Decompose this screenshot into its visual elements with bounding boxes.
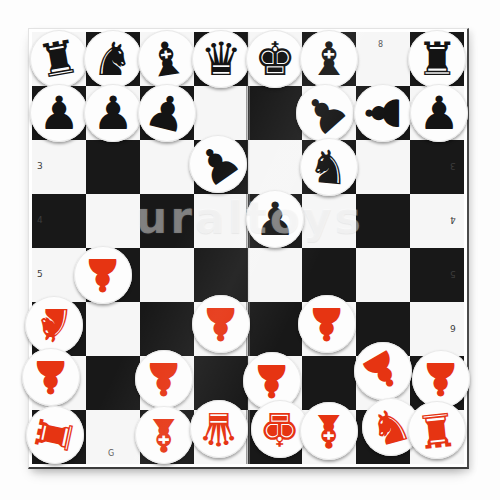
square-a6 [410,302,464,356]
black-knight-icon: ♞ [92,36,133,82]
black-rook-icon: ♜ [35,33,84,85]
red-pawn-icon: ♟ [143,356,184,402]
black-bishop-icon: ♝ [308,36,349,82]
red-rook-icon: ♜ [28,410,82,460]
square-b5 [356,248,410,302]
black-pawn-f2[interactable]: ♟ [138,84,196,142]
black-rook-icon: ♜ [416,36,457,82]
black-pawn-e3[interactable]: ♟ [189,135,247,193]
red-pawn-b7[interactable]: ♟ [354,342,412,400]
square-e5 [194,248,248,302]
coordinate-label-left-3: 3 [37,161,43,171]
square-b4 [356,194,410,248]
chess-board-grid: 34534568G♜♞♝♛♚♝♜♟♟♟♟♟♟♟♞♟♟♞♟♟♟♟♟♟♟♜♝♛♚♝♞… [32,32,464,464]
square-a4 [410,194,464,248]
square-c5 [302,248,356,302]
black-pawn-icon: ♟ [38,90,79,136]
black-pawn-h2[interactable]: ♟ [30,84,88,142]
black-rook-a1[interactable]: ♜ [408,30,466,88]
square-g7 [86,356,140,410]
square-g6 [86,302,140,356]
square-c4 [302,194,356,248]
red-rook-icon: ♜ [414,405,460,455]
black-pawn-c2[interactable]: ♟ [296,84,354,142]
square-a5 [410,248,464,302]
square-f6 [140,302,194,356]
black-pawn-icon: ♟ [254,196,295,242]
black-pawn-d4[interactable]: ♟ [246,190,304,248]
black-pawn-icon: ♟ [92,90,133,136]
square-e4 [194,194,248,248]
black-bishop-f1[interactable]: ♝ [138,30,196,88]
black-pawn-icon: ♟ [141,86,192,141]
black-pawn-g2[interactable]: ♟ [84,84,142,142]
red-pawn-g5[interactable]: ♟ [74,246,132,304]
black-rook-h1[interactable]: ♜ [30,30,88,88]
red-pawn-a7[interactable]: ♟ [412,350,470,408]
black-pawn-icon: ♟ [360,92,406,133]
red-pawn-e6[interactable]: ♟ [192,295,250,353]
red-knight-h6[interactable]: ♞ [25,296,83,354]
square-g4 [86,194,140,248]
coordinate-label-left-5: 5 [37,269,43,279]
red-pawn-f7[interactable]: ♟ [135,350,193,408]
square-f5 [140,248,194,302]
red-queen-e8[interactable]: ♛ [190,400,248,458]
black-knight-c3[interactable]: ♞ [300,138,358,196]
red-king-icon: ♚ [259,406,300,452]
red-pawn-h7[interactable]: ♟ [22,348,80,406]
red-pawn-icon: ♟ [306,301,347,347]
coordinate-label-right-3: 3 [450,161,456,171]
coordinate-label-right-6: 6 [450,323,456,333]
coordinate-label-in-square-8: 8 [378,40,383,49]
black-pawn-a2[interactable]: ♟ [410,84,468,142]
red-knight-icon: ♞ [33,302,74,348]
coordinate-label-left-4: 4 [37,215,43,225]
red-pawn-icon: ♟ [251,358,292,404]
red-pawn-c6[interactable]: ♟ [298,295,356,353]
coordinate-label-right-5: 5 [450,269,456,279]
red-pawn-icon: ♟ [200,301,241,347]
square-b3 [356,140,410,194]
red-rook-a8[interactable]: ♜ [408,401,466,459]
square-g3 [86,140,140,194]
square-d5 [248,248,302,302]
square-f4 [140,194,194,248]
black-queen-e1[interactable]: ♛ [192,30,250,88]
red-bishop-icon: ♝ [143,412,184,458]
black-knight-icon: ♞ [306,142,351,191]
black-king-icon: ♚ [254,36,295,82]
black-pawn-icon: ♟ [418,90,459,136]
red-bishop-c8[interactable]: ♝ [300,402,358,460]
red-queen-icon: ♛ [198,406,239,452]
photo-stage: 34534568G♜♞♝♛♚♝♜♟♟♟♟♟♟♟♞♟♟♞♟♟♟♟♟♟♟♜♝♛♚♝♞… [0,0,500,500]
coordinate-label-in-square-G: G [108,449,114,458]
black-pawn-b2[interactable]: ♟ [354,84,412,142]
black-bishop-icon: ♝ [143,33,190,84]
coordinate-label-right-4: 4 [450,215,456,225]
black-bishop-c1[interactable]: ♝ [300,30,358,88]
red-bishop-f8[interactable]: ♝ [135,406,193,464]
red-pawn-icon: ♟ [420,356,461,402]
red-pawn-icon: ♟ [30,354,71,400]
red-pawn-icon: ♟ [82,252,123,298]
square-d6 [248,302,302,356]
black-knight-g1[interactable]: ♞ [84,30,142,88]
square-d2 [248,86,302,140]
square-f3 [140,140,194,194]
red-rook-h8[interactable]: ♜ [26,406,84,464]
square-d3 [248,140,302,194]
square-a3 [410,140,464,194]
folding-chessboard: 34534568G♜♞♝♛♚♝♜♟♟♟♟♟♟♟♞♟♟♞♟♟♟♟♟♟♟♜♝♛♚♝♞… [28,28,469,469]
black-queen-icon: ♛ [200,36,241,82]
black-king-d1[interactable]: ♚ [246,30,304,88]
red-bishop-icon: ♝ [308,408,349,454]
